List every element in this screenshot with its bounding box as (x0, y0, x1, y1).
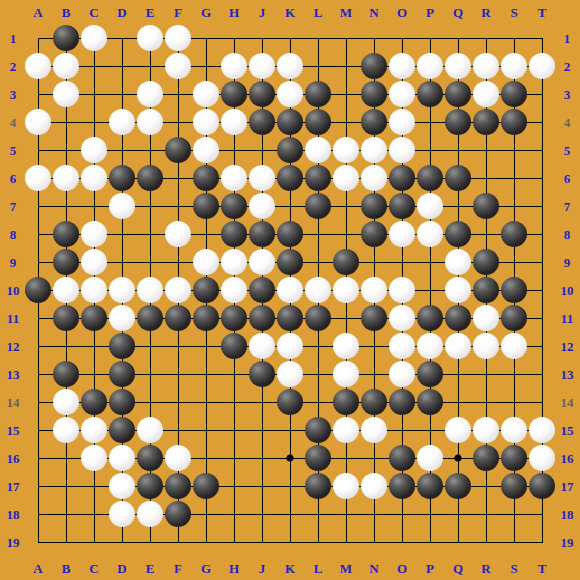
white-stone-O2[interactable] (389, 53, 415, 79)
white-stone-D16[interactable] (109, 445, 135, 471)
white-stone-E3[interactable] (137, 81, 163, 107)
white-stone-K10[interactable] (277, 277, 303, 303)
black-stone-S17[interactable] (501, 473, 527, 499)
white-stone-H10[interactable] (221, 277, 247, 303)
white-stone-Q12[interactable] (445, 333, 471, 359)
black-stone-G17[interactable] (193, 473, 219, 499)
black-stone-H3[interactable] (221, 81, 247, 107)
column-label-top-L: L (314, 6, 323, 19)
black-stone-R10[interactable] (473, 277, 499, 303)
black-stone-R4[interactable] (473, 109, 499, 135)
white-stone-B3[interactable] (53, 81, 79, 107)
black-stone-P6[interactable] (417, 165, 443, 191)
black-stone-E11[interactable] (137, 305, 163, 331)
row-label-left-5: 5 (10, 144, 17, 157)
black-stone-S11[interactable] (501, 305, 527, 331)
row-label-left-11: 11 (7, 312, 19, 325)
white-stone-Q9[interactable] (445, 249, 471, 275)
column-label-bottom-R: R (481, 562, 490, 575)
black-stone-J3[interactable] (249, 81, 275, 107)
black-stone-P3[interactable] (417, 81, 443, 107)
black-stone-J13[interactable] (249, 361, 275, 387)
black-stone-P17[interactable] (417, 473, 443, 499)
black-stone-A10[interactable] (25, 277, 51, 303)
row-label-right-10: 10 (561, 284, 574, 297)
white-stone-M13[interactable] (333, 361, 359, 387)
white-stone-E18[interactable] (137, 501, 163, 527)
column-label-bottom-O: O (397, 562, 407, 575)
row-label-left-6: 6 (10, 172, 17, 185)
black-stone-J4[interactable] (249, 109, 275, 135)
black-stone-C11[interactable] (81, 305, 107, 331)
black-stone-E16[interactable] (137, 445, 163, 471)
white-stone-B14[interactable] (53, 389, 79, 415)
column-label-bottom-C: C (89, 562, 98, 575)
white-stone-D18[interactable] (109, 501, 135, 527)
white-stone-C10[interactable] (81, 277, 107, 303)
black-stone-B11[interactable] (53, 305, 79, 331)
white-stone-G5[interactable] (193, 137, 219, 163)
white-stone-C16[interactable] (81, 445, 107, 471)
white-stone-C6[interactable] (81, 165, 107, 191)
white-stone-G9[interactable] (193, 249, 219, 275)
black-stone-N11[interactable] (361, 305, 387, 331)
white-stone-A4[interactable] (25, 109, 51, 135)
white-stone-O10[interactable] (389, 277, 415, 303)
white-stone-R15[interactable] (473, 417, 499, 443)
column-label-top-J: J (259, 6, 266, 19)
white-stone-M15[interactable] (333, 417, 359, 443)
row-label-left-7: 7 (10, 200, 17, 213)
black-stone-D6[interactable] (109, 165, 135, 191)
white-stone-D7[interactable] (109, 193, 135, 219)
white-stone-R3[interactable] (473, 81, 499, 107)
white-stone-H2[interactable] (221, 53, 247, 79)
black-stone-Q8[interactable] (445, 221, 471, 247)
white-stone-F1[interactable] (165, 25, 191, 51)
column-label-top-P: P (426, 6, 434, 19)
white-stone-K12[interactable] (277, 333, 303, 359)
black-stone-M9[interactable] (333, 249, 359, 275)
white-stone-M5[interactable] (333, 137, 359, 163)
column-label-bottom-J: J (259, 562, 266, 575)
column-label-bottom-P: P (426, 562, 434, 575)
white-stone-M12[interactable] (333, 333, 359, 359)
row-label-left-18: 18 (7, 508, 20, 521)
black-stone-N4[interactable] (361, 109, 387, 135)
black-stone-N3[interactable] (361, 81, 387, 107)
white-stone-H4[interactable] (221, 109, 247, 135)
row-label-left-16: 16 (7, 452, 20, 465)
white-stone-S2[interactable] (501, 53, 527, 79)
row-label-right-6: 6 (564, 172, 571, 185)
white-stone-N10[interactable] (361, 277, 387, 303)
white-stone-O8[interactable] (389, 221, 415, 247)
white-stone-O5[interactable] (389, 137, 415, 163)
black-stone-L4[interactable] (305, 109, 331, 135)
white-stone-J7[interactable] (249, 193, 275, 219)
black-stone-O6[interactable] (389, 165, 415, 191)
white-stone-M6[interactable] (333, 165, 359, 191)
row-label-right-19: 19 (561, 536, 574, 549)
white-stone-S12[interactable] (501, 333, 527, 359)
white-stone-J12[interactable] (249, 333, 275, 359)
column-label-bottom-H: H (229, 562, 239, 575)
black-stone-S3[interactable] (501, 81, 527, 107)
black-stone-D15[interactable] (109, 417, 135, 443)
white-stone-S15[interactable] (501, 417, 527, 443)
white-stone-K2[interactable] (277, 53, 303, 79)
column-label-top-O: O (397, 6, 407, 19)
white-stone-M17[interactable] (333, 473, 359, 499)
column-label-bottom-Q: Q (453, 562, 463, 575)
column-label-bottom-L: L (314, 562, 323, 575)
black-stone-P13[interactable] (417, 361, 443, 387)
white-stone-B2[interactable] (53, 53, 79, 79)
black-stone-L17[interactable] (305, 473, 331, 499)
star-point-K16 (287, 455, 294, 462)
black-stone-P11[interactable] (417, 305, 443, 331)
black-stone-B1[interactable] (53, 25, 79, 51)
row-label-left-12: 12 (7, 340, 20, 353)
white-stone-F8[interactable] (165, 221, 191, 247)
column-label-top-K: K (285, 6, 295, 19)
white-stone-R11[interactable] (473, 305, 499, 331)
white-stone-F10[interactable] (165, 277, 191, 303)
row-label-left-19: 19 (7, 536, 20, 549)
column-label-top-D: D (117, 6, 126, 19)
black-stone-P14[interactable] (417, 389, 443, 415)
black-stone-O7[interactable] (389, 193, 415, 219)
white-stone-K13[interactable] (277, 361, 303, 387)
black-stone-S10[interactable] (501, 277, 527, 303)
black-stone-F17[interactable] (165, 473, 191, 499)
white-stone-R12[interactable] (473, 333, 499, 359)
white-stone-B6[interactable] (53, 165, 79, 191)
row-label-right-2: 2 (564, 60, 571, 73)
column-label-bottom-N: N (369, 562, 378, 575)
white-stone-L10[interactable] (305, 277, 331, 303)
black-stone-N8[interactable] (361, 221, 387, 247)
column-label-top-T: T (538, 6, 547, 19)
white-stone-N15[interactable] (361, 417, 387, 443)
white-stone-J6[interactable] (249, 165, 275, 191)
white-stone-L5[interactable] (305, 137, 331, 163)
column-label-bottom-G: G (201, 562, 211, 575)
black-stone-K14[interactable] (277, 389, 303, 415)
white-stone-B15[interactable] (53, 417, 79, 443)
white-stone-C8[interactable] (81, 221, 107, 247)
white-stone-P7[interactable] (417, 193, 443, 219)
column-label-top-C: C (89, 6, 98, 19)
black-stone-D13[interactable] (109, 361, 135, 387)
black-stone-R7[interactable] (473, 193, 499, 219)
column-label-top-H: H (229, 6, 239, 19)
row-label-left-4: 4 (10, 116, 17, 129)
column-label-bottom-M: M (340, 562, 352, 575)
row-label-left-17: 17 (7, 480, 20, 493)
white-stone-B10[interactable] (53, 277, 79, 303)
white-stone-D10[interactable] (109, 277, 135, 303)
white-stone-K3[interactable] (277, 81, 303, 107)
white-stone-T16[interactable] (529, 445, 555, 471)
white-stone-C9[interactable] (81, 249, 107, 275)
black-stone-L6[interactable] (305, 165, 331, 191)
white-stone-A2[interactable] (25, 53, 51, 79)
row-label-right-5: 5 (564, 144, 571, 157)
black-stone-J11[interactable] (249, 305, 275, 331)
black-stone-N14[interactable] (361, 389, 387, 415)
white-stone-O4[interactable] (389, 109, 415, 135)
white-stone-G4[interactable] (193, 109, 219, 135)
black-stone-Q6[interactable] (445, 165, 471, 191)
row-label-right-18: 18 (561, 508, 574, 521)
white-stone-D4[interactable] (109, 109, 135, 135)
black-stone-R9[interactable] (473, 249, 499, 275)
column-label-bottom-F: F (174, 562, 182, 575)
row-label-right-17: 17 (561, 480, 574, 493)
row-label-right-4: 4 (564, 116, 571, 129)
white-stone-T15[interactable] (529, 417, 555, 443)
white-stone-J9[interactable] (249, 249, 275, 275)
column-label-bottom-S: S (510, 562, 517, 575)
column-label-bottom-D: D (117, 562, 126, 575)
white-stone-C15[interactable] (81, 417, 107, 443)
white-stone-G3[interactable] (193, 81, 219, 107)
white-stone-O11[interactable] (389, 305, 415, 331)
black-stone-O17[interactable] (389, 473, 415, 499)
white-stone-C5[interactable] (81, 137, 107, 163)
white-stone-A6[interactable] (25, 165, 51, 191)
black-stone-K5[interactable] (277, 137, 303, 163)
black-stone-Q17[interactable] (445, 473, 471, 499)
white-stone-Q10[interactable] (445, 277, 471, 303)
black-stone-E6[interactable] (137, 165, 163, 191)
column-label-top-F: F (174, 6, 182, 19)
black-stone-N2[interactable] (361, 53, 387, 79)
column-label-bottom-K: K (285, 562, 295, 575)
black-stone-O14[interactable] (389, 389, 415, 415)
white-stone-R2[interactable] (473, 53, 499, 79)
white-stone-J2[interactable] (249, 53, 275, 79)
white-stone-Q15[interactable] (445, 417, 471, 443)
row-label-right-8: 8 (564, 228, 571, 241)
white-stone-E15[interactable] (137, 417, 163, 443)
row-label-right-7: 7 (564, 200, 571, 213)
white-stone-N17[interactable] (361, 473, 387, 499)
row-label-left-1: 1 (10, 32, 17, 45)
row-label-right-9: 9 (564, 256, 571, 269)
white-stone-N5[interactable] (361, 137, 387, 163)
row-label-right-1: 1 (564, 32, 571, 45)
black-stone-D12[interactable] (109, 333, 135, 359)
black-stone-G6[interactable] (193, 165, 219, 191)
row-label-left-2: 2 (10, 60, 17, 73)
row-label-left-15: 15 (7, 424, 20, 437)
column-label-top-E: E (146, 6, 155, 19)
black-stone-S8[interactable] (501, 221, 527, 247)
black-stone-J10[interactable] (249, 277, 275, 303)
white-stone-H9[interactable] (221, 249, 247, 275)
black-stone-L11[interactable] (305, 305, 331, 331)
black-stone-S16[interactable] (501, 445, 527, 471)
white-stone-F2[interactable] (165, 53, 191, 79)
column-label-bottom-T: T (538, 562, 547, 575)
row-label-right-14: 14 (561, 396, 574, 409)
column-label-top-S: S (510, 6, 517, 19)
black-stone-L3[interactable] (305, 81, 331, 107)
black-stone-S4[interactable] (501, 109, 527, 135)
column-label-bottom-A: A (33, 562, 42, 575)
black-stone-J8[interactable] (249, 221, 275, 247)
white-stone-P12[interactable] (417, 333, 443, 359)
row-label-left-3: 3 (10, 88, 17, 101)
black-stone-L16[interactable] (305, 445, 331, 471)
black-stone-G7[interactable] (193, 193, 219, 219)
column-label-top-Q: Q (453, 6, 463, 19)
black-stone-L7[interactable] (305, 193, 331, 219)
row-label-right-12: 12 (561, 340, 574, 353)
white-stone-E1[interactable] (137, 25, 163, 51)
black-stone-K6[interactable] (277, 165, 303, 191)
black-stone-D14[interactable] (109, 389, 135, 415)
black-stone-B9[interactable] (53, 249, 79, 275)
black-stone-H7[interactable] (221, 193, 247, 219)
black-stone-H8[interactable] (221, 221, 247, 247)
column-label-top-A: A (33, 6, 42, 19)
row-label-right-13: 13 (561, 368, 574, 381)
black-stone-K11[interactable] (277, 305, 303, 331)
row-label-left-13: 13 (7, 368, 20, 381)
black-stone-N7[interactable] (361, 193, 387, 219)
black-stone-L15[interactable] (305, 417, 331, 443)
black-stone-C14[interactable] (81, 389, 107, 415)
black-stone-H12[interactable] (221, 333, 247, 359)
white-stone-T2[interactable] (529, 53, 555, 79)
white-stone-M10[interactable] (333, 277, 359, 303)
white-stone-P2[interactable] (417, 53, 443, 79)
black-stone-Q4[interactable] (445, 109, 471, 135)
black-stone-G10[interactable] (193, 277, 219, 303)
goban: AABBCCDDEEFFGGHHJJKKLLMMNNOOPPQQRRSSTT11… (0, 0, 580, 580)
black-stone-K4[interactable] (277, 109, 303, 135)
star-point-Q16 (455, 455, 462, 462)
black-stone-B13[interactable] (53, 361, 79, 387)
row-label-left-9: 9 (10, 256, 17, 269)
black-stone-F11[interactable] (165, 305, 191, 331)
white-stone-P8[interactable] (417, 221, 443, 247)
column-label-bottom-E: E (146, 562, 155, 575)
white-stone-E10[interactable] (137, 277, 163, 303)
white-stone-D11[interactable] (109, 305, 135, 331)
row-label-left-10: 10 (7, 284, 20, 297)
white-stone-N6[interactable] (361, 165, 387, 191)
column-label-bottom-B: B (62, 562, 71, 575)
column-label-top-B: B (62, 6, 71, 19)
white-stone-P16[interactable] (417, 445, 443, 471)
white-stone-O13[interactable] (389, 361, 415, 387)
column-label-top-N: N (369, 6, 378, 19)
column-label-top-R: R (481, 6, 490, 19)
black-stone-H11[interactable] (221, 305, 247, 331)
white-stone-D17[interactable] (109, 473, 135, 499)
row-label-left-8: 8 (10, 228, 17, 241)
black-stone-Q11[interactable] (445, 305, 471, 331)
column-label-top-G: G (201, 6, 211, 19)
black-stone-M14[interactable] (333, 389, 359, 415)
white-stone-O12[interactable] (389, 333, 415, 359)
black-stone-K8[interactable] (277, 221, 303, 247)
row-label-right-16: 16 (561, 452, 574, 465)
row-label-right-3: 3 (564, 88, 571, 101)
black-stone-K9[interactable] (277, 249, 303, 275)
black-stone-F18[interactable] (165, 501, 191, 527)
black-stone-B8[interactable] (53, 221, 79, 247)
black-stone-Q3[interactable] (445, 81, 471, 107)
row-label-right-11: 11 (561, 312, 573, 325)
black-stone-F5[interactable] (165, 137, 191, 163)
white-stone-E4[interactable] (137, 109, 163, 135)
row-label-right-15: 15 (561, 424, 574, 437)
black-stone-T17[interactable] (529, 473, 555, 499)
black-stone-O16[interactable] (389, 445, 415, 471)
black-stone-G11[interactable] (193, 305, 219, 331)
black-stone-R16[interactable] (473, 445, 499, 471)
column-label-top-M: M (340, 6, 352, 19)
white-stone-O3[interactable] (389, 81, 415, 107)
white-stone-C1[interactable] (81, 25, 107, 51)
white-stone-H6[interactable] (221, 165, 247, 191)
white-stone-F16[interactable] (165, 445, 191, 471)
black-stone-E17[interactable] (137, 473, 163, 499)
row-label-left-14: 14 (7, 396, 20, 409)
white-stone-Q2[interactable] (445, 53, 471, 79)
